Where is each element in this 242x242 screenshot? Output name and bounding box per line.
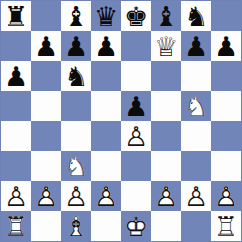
square-e1[interactable]: ♚♔ <box>121 211 151 241</box>
piece-white-pawn-e4[interactable]: ♟♙ <box>121 121 151 151</box>
square-c6[interactable]: ♞ <box>61 61 91 91</box>
square-a2[interactable]: ♟♙ <box>1 181 31 211</box>
white-pawn-outline-glyph: ♙ <box>1 181 31 211</box>
square-h4[interactable] <box>211 121 241 151</box>
black-pawn-glyph: ♟ <box>61 31 91 61</box>
square-c4[interactable] <box>61 121 91 151</box>
square-e3[interactable] <box>121 151 151 181</box>
square-g1[interactable] <box>181 211 211 241</box>
square-h7[interactable]: ♟ <box>211 31 241 61</box>
white-pawn-outline-glyph: ♙ <box>181 181 211 211</box>
piece-black-queen-d8[interactable]: ♛ <box>91 1 121 31</box>
white-pawn-outline-glyph: ♙ <box>121 121 151 151</box>
square-h8[interactable] <box>211 1 241 31</box>
square-f2[interactable]: ♟♙ <box>151 181 181 211</box>
piece-white-rook-a1[interactable]: ♜♖ <box>1 211 31 241</box>
white-pawn-outline-glyph: ♙ <box>151 181 181 211</box>
square-e4[interactable]: ♟♙ <box>121 121 151 151</box>
piece-black-bishop-f8[interactable]: ♝ <box>151 1 181 31</box>
piece-black-knight-c6[interactable]: ♞ <box>61 61 91 91</box>
white-rook-outline-glyph: ♖ <box>1 211 31 241</box>
white-knight-outline-glyph: ♘ <box>181 91 211 121</box>
piece-white-pawn-h2[interactable]: ♟♙ <box>211 181 241 211</box>
black-bishop-glyph: ♝ <box>61 1 91 31</box>
square-h5[interactable] <box>211 91 241 121</box>
piece-black-king-e8[interactable]: ♚ <box>121 1 151 31</box>
white-pawn-outline-glyph: ♙ <box>91 181 121 211</box>
square-d3[interactable] <box>91 151 121 181</box>
piece-white-knight-g5[interactable]: ♞♘ <box>181 91 211 121</box>
square-g7[interactable]: ♟ <box>181 31 211 61</box>
square-f8[interactable]: ♝ <box>151 1 181 31</box>
square-b7[interactable]: ♟ <box>31 31 61 61</box>
square-b4[interactable] <box>31 121 61 151</box>
piece-white-pawn-g2[interactable]: ♟♙ <box>181 181 211 211</box>
square-d7[interactable]: ♟ <box>91 31 121 61</box>
square-b5[interactable] <box>31 91 61 121</box>
square-b3[interactable] <box>31 151 61 181</box>
square-f5[interactable] <box>151 91 181 121</box>
square-e6[interactable] <box>121 61 151 91</box>
piece-black-pawn-h7[interactable]: ♟ <box>211 31 241 61</box>
square-g2[interactable]: ♟♙ <box>181 181 211 211</box>
piece-white-knight-c3[interactable]: ♞♘ <box>61 151 91 181</box>
square-f3[interactable] <box>151 151 181 181</box>
square-g5[interactable]: ♞♘ <box>181 91 211 121</box>
square-a5[interactable] <box>1 91 31 121</box>
square-f7[interactable]: ♛♕ <box>151 31 181 61</box>
square-d2[interactable]: ♟♙ <box>91 181 121 211</box>
piece-white-pawn-d2[interactable]: ♟♙ <box>91 181 121 211</box>
square-b1[interactable] <box>31 211 61 241</box>
square-d8[interactable]: ♛ <box>91 1 121 31</box>
piece-white-pawn-b2[interactable]: ♟♙ <box>31 181 61 211</box>
square-h1[interactable]: ♜♖ <box>211 211 241 241</box>
square-a4[interactable] <box>1 121 31 151</box>
square-c5[interactable] <box>61 91 91 121</box>
white-pawn-outline-glyph: ♙ <box>31 181 61 211</box>
black-king-glyph: ♚ <box>121 1 151 31</box>
piece-black-rook-a8[interactable]: ♜ <box>1 1 31 31</box>
white-bishop-outline-glyph: ♗ <box>61 211 91 241</box>
square-c7[interactable]: ♟ <box>61 31 91 61</box>
white-knight-outline-glyph: ♘ <box>61 151 91 181</box>
black-pawn-glyph: ♟ <box>181 31 211 61</box>
square-f6[interactable] <box>151 61 181 91</box>
piece-white-pawn-f2[interactable]: ♟♙ <box>151 181 181 211</box>
square-a1[interactable]: ♜♖ <box>1 211 31 241</box>
square-h2[interactable]: ♟♙ <box>211 181 241 211</box>
square-e2[interactable] <box>121 181 151 211</box>
piece-black-pawn-b7[interactable]: ♟ <box>31 31 61 61</box>
square-e8[interactable]: ♚ <box>121 1 151 31</box>
black-bishop-glyph: ♝ <box>151 1 181 31</box>
black-pawn-glyph: ♟ <box>121 91 151 121</box>
piece-black-pawn-c7[interactable]: ♟ <box>61 31 91 61</box>
square-g3[interactable] <box>181 151 211 181</box>
square-h6[interactable] <box>211 61 241 91</box>
white-pawn-outline-glyph: ♙ <box>61 181 91 211</box>
piece-white-king-e1[interactable]: ♚♔ <box>121 211 151 241</box>
square-b8[interactable] <box>31 1 61 31</box>
square-a7[interactable] <box>1 31 31 61</box>
white-pawn-outline-glyph: ♙ <box>211 181 241 211</box>
square-c3[interactable]: ♞♘ <box>61 151 91 181</box>
piece-black-bishop-c8[interactable]: ♝ <box>61 1 91 31</box>
square-c8[interactable]: ♝ <box>61 1 91 31</box>
black-pawn-glyph: ♟ <box>211 31 241 61</box>
square-a3[interactable] <box>1 151 31 181</box>
square-f1[interactable] <box>151 211 181 241</box>
piece-white-pawn-a2[interactable]: ♟♙ <box>1 181 31 211</box>
square-g6[interactable] <box>181 61 211 91</box>
square-h3[interactable] <box>211 151 241 181</box>
black-knight-glyph: ♞ <box>181 1 211 31</box>
piece-black-pawn-e5[interactable]: ♟ <box>121 91 151 121</box>
chess-board: ♜♝♛♚♝♞♟♟♟♛♕♟♟♟♞♟♞♘♟♙♞♘♟♙♟♙♟♙♟♙♟♙♟♙♟♙♜♖♝♗… <box>0 0 242 242</box>
piece-black-pawn-g7[interactable]: ♟ <box>181 31 211 61</box>
piece-black-knight-g8[interactable]: ♞ <box>181 1 211 31</box>
square-d4[interactable] <box>91 121 121 151</box>
square-g8[interactable]: ♞ <box>181 1 211 31</box>
piece-black-pawn-a6[interactable]: ♟ <box>1 61 31 91</box>
white-king-outline-glyph: ♔ <box>121 211 151 241</box>
square-f4[interactable] <box>151 121 181 151</box>
piece-white-pawn-c2[interactable]: ♟♙ <box>61 181 91 211</box>
square-e5[interactable]: ♟ <box>121 91 151 121</box>
square-d5[interactable] <box>91 91 121 121</box>
square-c1[interactable]: ♝♗ <box>61 211 91 241</box>
square-e7[interactable] <box>121 31 151 61</box>
piece-white-queen-f7[interactable]: ♛♕ <box>151 31 181 61</box>
square-d1[interactable] <box>91 211 121 241</box>
white-queen-outline-glyph: ♕ <box>151 31 181 61</box>
black-knight-glyph: ♞ <box>61 61 91 91</box>
square-a6[interactable]: ♟ <box>1 61 31 91</box>
piece-white-bishop-c1[interactable]: ♝♗ <box>61 211 91 241</box>
square-a8[interactable]: ♜ <box>1 1 31 31</box>
white-rook-outline-glyph: ♖ <box>211 211 241 241</box>
square-d6[interactable] <box>91 61 121 91</box>
square-b6[interactable] <box>31 61 61 91</box>
square-b2[interactable]: ♟♙ <box>31 181 61 211</box>
black-rook-glyph: ♜ <box>1 1 31 31</box>
square-c2[interactable]: ♟♙ <box>61 181 91 211</box>
piece-white-rook-h1[interactable]: ♜♖ <box>211 211 241 241</box>
square-g4[interactable] <box>181 121 211 151</box>
black-pawn-glyph: ♟ <box>91 31 121 61</box>
piece-black-pawn-d7[interactable]: ♟ <box>91 31 121 61</box>
black-queen-glyph: ♛ <box>91 1 121 31</box>
black-pawn-glyph: ♟ <box>1 61 31 91</box>
black-pawn-glyph: ♟ <box>31 31 61 61</box>
